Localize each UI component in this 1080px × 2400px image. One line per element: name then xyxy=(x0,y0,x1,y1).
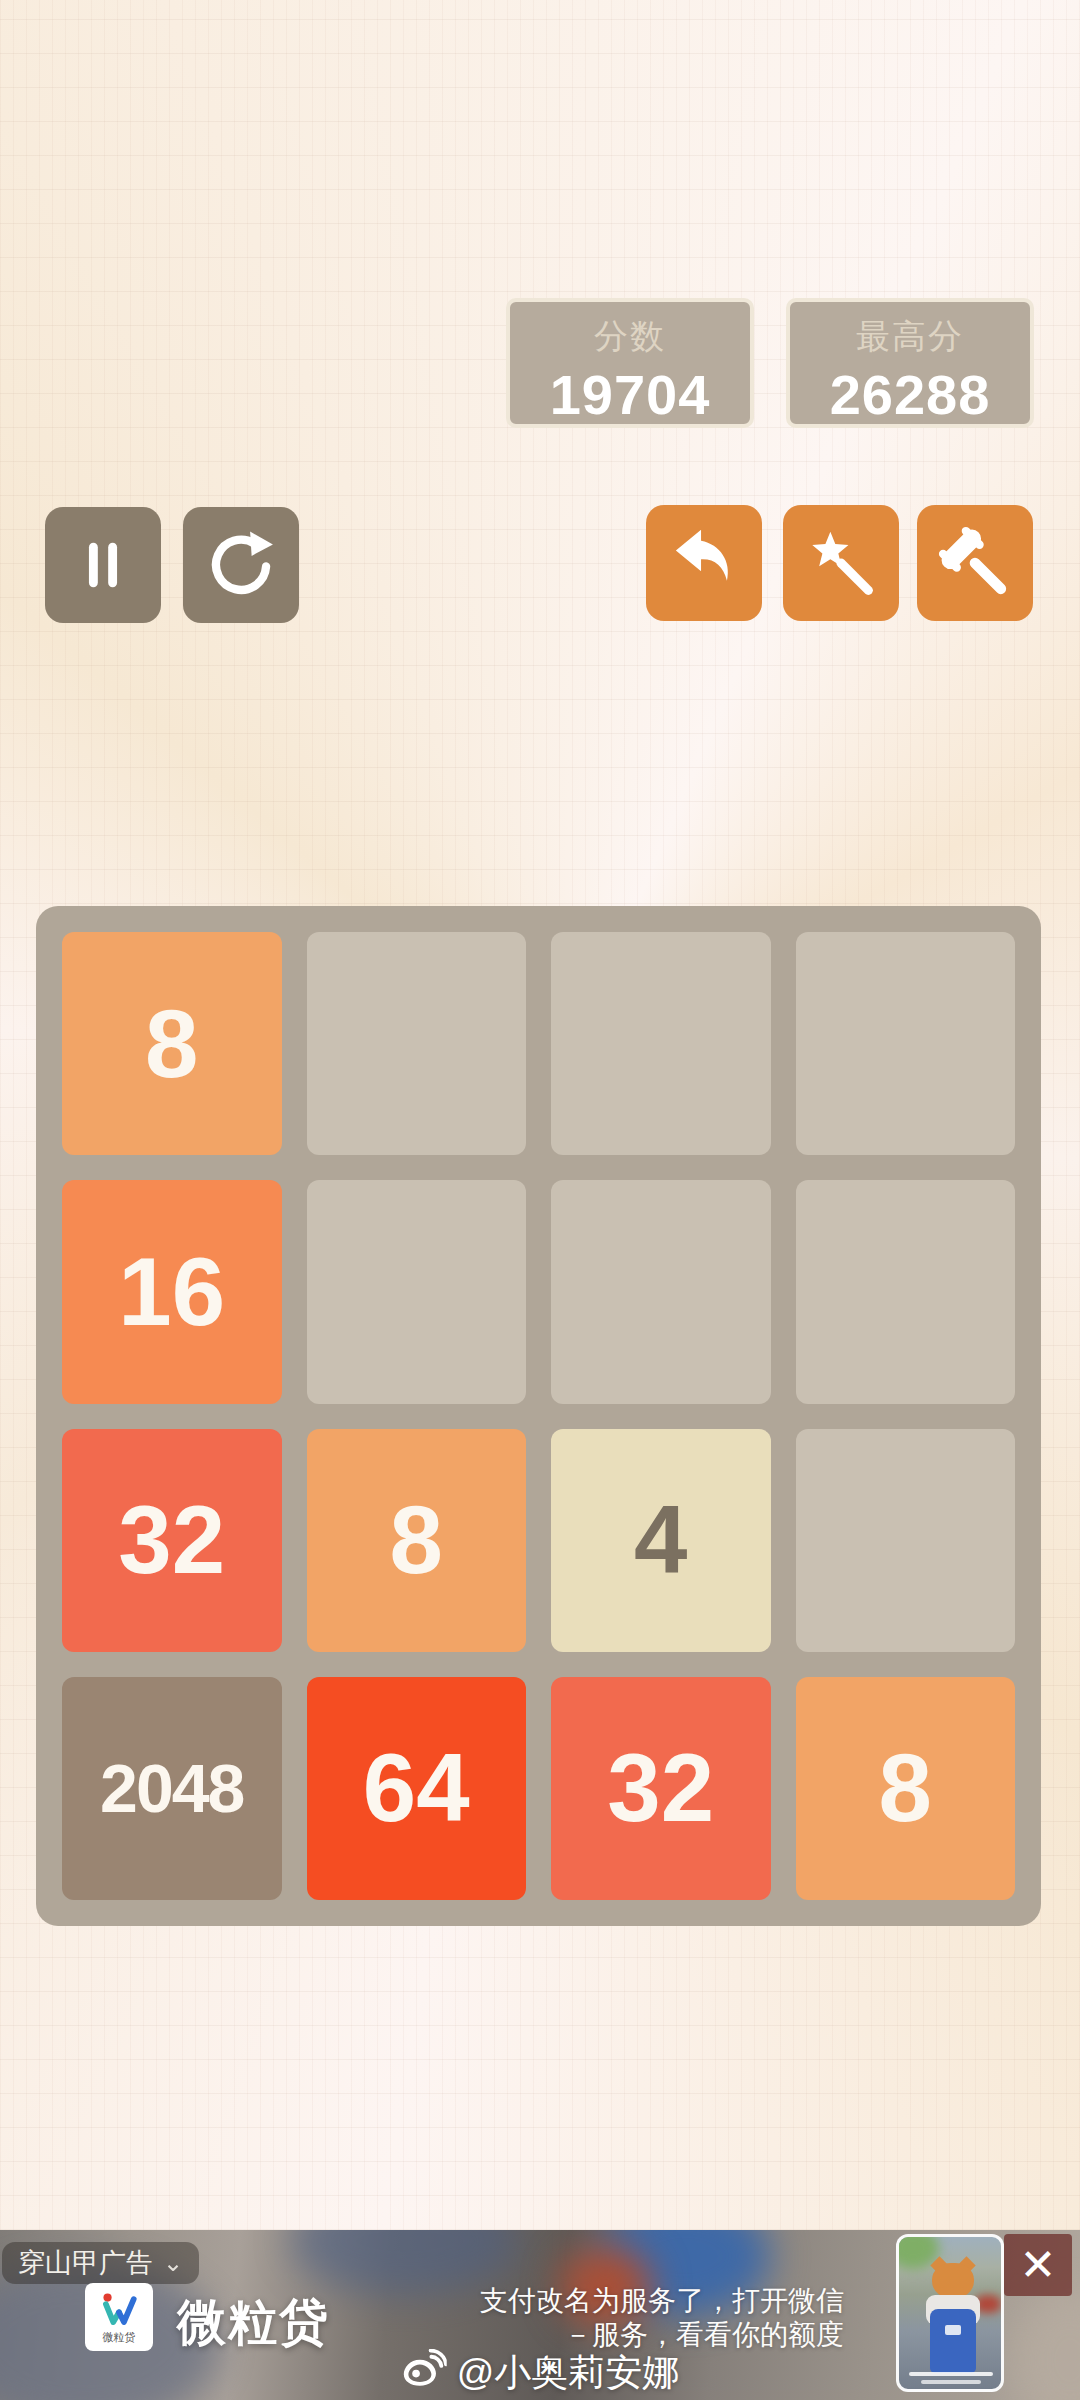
best-score-label: 最高分 xyxy=(790,314,1030,360)
advertiser-logo: 微粒贷 xyxy=(85,2283,153,2351)
pause-icon xyxy=(66,528,140,602)
undo-arrow-icon xyxy=(667,526,741,600)
weibo-icon xyxy=(401,2349,447,2398)
close-icon: ✕ xyxy=(1020,2243,1057,2287)
magic-wand-icon xyxy=(803,525,879,601)
ad-photo-blur xyxy=(1010,2290,1080,2400)
tile-8: 8 xyxy=(62,932,282,1155)
tile-8: 8 xyxy=(307,1429,527,1652)
ad-brand-name: 微粒贷 xyxy=(177,2290,330,2356)
magic-wand-button[interactable] xyxy=(783,505,899,621)
logo-caption: 微粒贷 xyxy=(103,2332,136,2343)
empty-cell xyxy=(307,1180,527,1403)
ad-thumbnail-cat-photo xyxy=(896,2234,1004,2392)
weilidai-logo-icon xyxy=(97,2291,141,2331)
hammer-icon xyxy=(937,525,1013,601)
empty-cell xyxy=(307,932,527,1155)
ad-copy: 支付改名为服务了，打开微信 －服务，看看你的额度 xyxy=(480,2284,844,2352)
restart-button[interactable] xyxy=(183,507,299,623)
tile-2048: 2048 xyxy=(62,1677,282,1900)
ad-network-label: 穿山甲广告 xyxy=(18,2242,153,2284)
empty-cell xyxy=(796,1180,1016,1403)
tile-64: 64 xyxy=(307,1677,527,1900)
watermark-text: @小奥莉安娜 xyxy=(457,2348,680,2398)
cat-overalls xyxy=(930,2309,976,2373)
empty-cell xyxy=(551,1180,771,1403)
tile-16: 16 xyxy=(62,1180,282,1403)
score-value: 19704 xyxy=(510,362,750,427)
thumbnail-caption-line xyxy=(909,2372,993,2376)
best-score-box: 最高分 26288 xyxy=(786,298,1034,428)
tile-8: 8 xyxy=(796,1677,1016,1900)
pause-button[interactable] xyxy=(45,507,161,623)
ad-close-button[interactable]: ✕ xyxy=(1004,2234,1072,2296)
ad-network-badge[interactable]: 穿山甲广告 ⌄ xyxy=(2,2242,199,2284)
tile-32: 32 xyxy=(62,1429,282,1652)
board-grid[interactable]: 8163284204864328 xyxy=(36,906,1041,1926)
score-label: 分数 xyxy=(510,314,750,360)
empty-cell xyxy=(796,932,1016,1155)
undo-button[interactable] xyxy=(646,505,762,621)
cat-bib xyxy=(945,2325,961,2335)
empty-cell xyxy=(796,1429,1016,1652)
best-score-value: 26288 xyxy=(790,362,1030,427)
cat-head xyxy=(932,2263,974,2299)
score-box: 分数 19704 xyxy=(506,298,754,428)
empty-cell xyxy=(551,932,771,1155)
weibo-watermark: @小奥莉安娜 xyxy=(401,2348,680,2398)
restart-icon xyxy=(203,527,279,603)
game-screen: 分数 19704 最高分 26288 xyxy=(0,0,1080,2400)
tile-32: 32 xyxy=(551,1677,771,1900)
ad-copy-line2: －服务，看看你的额度 xyxy=(480,2318,844,2352)
ad-banner[interactable]: 穿山甲广告 ⌄ 微粒贷 微粒贷 支付改名为服务了，打开微信 －服务，看看你的额度 xyxy=(0,2230,1080,2400)
ad-copy-line1: 支付改名为服务了，打开微信 xyxy=(480,2284,844,2318)
chevron-down-icon: ⌄ xyxy=(163,2242,183,2284)
tile-4: 4 xyxy=(551,1429,771,1652)
hammer-button[interactable] xyxy=(917,505,1033,621)
thumbnail-caption-line xyxy=(921,2380,981,2384)
